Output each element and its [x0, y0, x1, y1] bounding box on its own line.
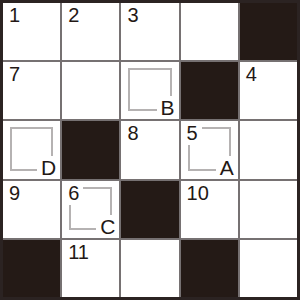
cell-r0c3[interactable]	[181, 3, 238, 60]
cell-r1c4[interactable]: 4	[240, 62, 297, 119]
cell-r1c2[interactable]: B	[121, 62, 178, 119]
clue-number: 7	[8, 64, 24, 86]
cell-r2c4[interactable]	[240, 121, 297, 178]
clue-number: 5	[186, 123, 202, 145]
answer-letter: D	[37, 156, 57, 179]
cell-r0c4	[240, 3, 297, 60]
cell-r2c0[interactable]: D	[3, 121, 60, 178]
cell-r0c1[interactable]: 2	[62, 3, 119, 60]
clue-number: 10	[186, 183, 213, 205]
cell-r2c1	[62, 121, 119, 178]
cell-r4c0	[3, 240, 60, 297]
clue-number: 8	[126, 123, 142, 145]
cell-r4c2[interactable]	[121, 240, 178, 297]
cell-r4c4[interactable]	[240, 240, 297, 297]
cell-r1c0[interactable]: 7	[3, 62, 60, 119]
clue-number: 3	[126, 5, 142, 27]
clue-number: 1	[8, 5, 24, 27]
cell-r3c3[interactable]: 10	[181, 181, 238, 238]
answer-letter: C	[96, 215, 116, 238]
clue-number: 2	[67, 5, 83, 27]
answer-letter: B	[157, 96, 176, 119]
cell-r2c2[interactable]: 8	[121, 121, 178, 178]
crossword-grid: 1237B4D85A96C1011	[0, 0, 300, 300]
cell-r4c1[interactable]: 11	[62, 240, 119, 297]
clue-number: 9	[8, 183, 24, 205]
answer-letter: A	[216, 156, 235, 179]
cell-r4c3	[181, 240, 238, 297]
cell-r1c1[interactable]	[62, 62, 119, 119]
cell-r2c3[interactable]: 5A	[181, 121, 238, 178]
cell-r0c2[interactable]: 3	[121, 3, 178, 60]
cell-r0c0[interactable]: 1	[3, 3, 60, 60]
clue-number: 6	[67, 183, 83, 205]
cell-r1c3	[181, 62, 238, 119]
clue-number: 4	[245, 64, 261, 86]
clue-number: 11	[67, 242, 93, 264]
cell-r3c0[interactable]: 9	[3, 181, 60, 238]
cell-r3c2	[121, 181, 178, 238]
cell-r3c4[interactable]	[240, 181, 297, 238]
cell-r3c1[interactable]: 6C	[62, 181, 119, 238]
